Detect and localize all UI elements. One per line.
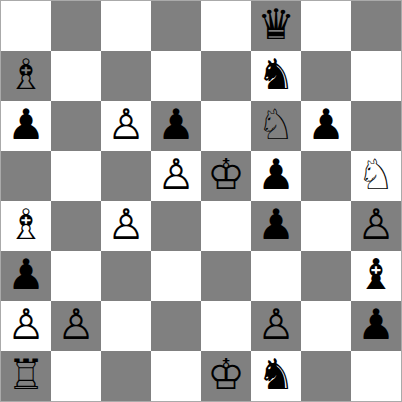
piece-black-pawn: ♟ xyxy=(157,104,195,146)
piece-white-bishop: ♗ xyxy=(7,204,45,246)
square-f6[interactable]: ♘ xyxy=(251,101,301,151)
square-c2[interactable] xyxy=(101,301,151,351)
square-e6[interactable] xyxy=(201,101,251,151)
square-e2[interactable] xyxy=(201,301,251,351)
piece-black-pawn: ♟ xyxy=(257,154,295,196)
piece-white-knight: ♘ xyxy=(357,154,395,196)
piece-white-pawn: ♙ xyxy=(357,204,395,246)
square-a8[interactable] xyxy=(1,1,51,51)
square-g8[interactable] xyxy=(301,1,351,51)
square-a3[interactable]: ♟ xyxy=(1,251,51,301)
square-f5[interactable]: ♟ xyxy=(251,151,301,201)
piece-black-pawn: ♟ xyxy=(307,104,345,146)
piece-black-queen: ♛ xyxy=(257,4,295,46)
square-h5[interactable]: ♘ xyxy=(351,151,401,201)
piece-black-knight: ♞ xyxy=(257,54,295,96)
square-e7[interactable] xyxy=(201,51,251,101)
square-h6[interactable] xyxy=(351,101,401,151)
square-d6[interactable]: ♟ xyxy=(151,101,201,151)
square-c8[interactable] xyxy=(101,1,151,51)
square-h8[interactable] xyxy=(351,1,401,51)
square-f2[interactable]: ♙ xyxy=(251,301,301,351)
piece-white-pawn: ♙ xyxy=(107,204,145,246)
square-e8[interactable] xyxy=(201,1,251,51)
square-c7[interactable] xyxy=(101,51,151,101)
piece-black-pawn: ♟ xyxy=(7,254,45,296)
square-h4[interactable]: ♙ xyxy=(351,201,401,251)
chess-diagram: ♛♗♞♟♙♟♘♟♙♔♟♘♗♙♟♙♟♝♙♙♙♟♖♔♞ xyxy=(0,0,402,402)
square-d8[interactable] xyxy=(151,1,201,51)
piece-white-pawn: ♙ xyxy=(57,304,95,346)
piece-white-pawn: ♙ xyxy=(257,304,295,346)
square-h7[interactable] xyxy=(351,51,401,101)
square-g7[interactable] xyxy=(301,51,351,101)
square-b1[interactable] xyxy=(51,351,101,401)
square-a5[interactable] xyxy=(1,151,51,201)
square-f4[interactable]: ♟ xyxy=(251,201,301,251)
square-c1[interactable] xyxy=(101,351,151,401)
piece-white-knight: ♘ xyxy=(257,104,295,146)
square-c3[interactable] xyxy=(101,251,151,301)
square-h3[interactable]: ♝ xyxy=(351,251,401,301)
square-f1[interactable]: ♞ xyxy=(251,351,301,401)
square-g6[interactable]: ♟ xyxy=(301,101,351,151)
piece-white-pawn: ♙ xyxy=(7,304,45,346)
piece-black-pawn: ♟ xyxy=(357,304,395,346)
piece-black-bishop: ♝ xyxy=(357,254,395,296)
square-f7[interactable]: ♞ xyxy=(251,51,301,101)
square-g4[interactable] xyxy=(301,201,351,251)
square-a6[interactable]: ♟ xyxy=(1,101,51,151)
square-c5[interactable] xyxy=(101,151,151,201)
square-d3[interactable] xyxy=(151,251,201,301)
square-b6[interactable] xyxy=(51,101,101,151)
piece-white-bishop: ♗ xyxy=(7,54,45,96)
square-a2[interactable]: ♙ xyxy=(1,301,51,351)
square-b7[interactable] xyxy=(51,51,101,101)
square-g5[interactable] xyxy=(301,151,351,201)
square-g3[interactable] xyxy=(301,251,351,301)
piece-white-rook: ♖ xyxy=(7,354,45,396)
square-b3[interactable] xyxy=(51,251,101,301)
square-f8[interactable]: ♛ xyxy=(251,1,301,51)
square-b8[interactable] xyxy=(51,1,101,51)
square-c4[interactable]: ♙ xyxy=(101,201,151,251)
square-f3[interactable] xyxy=(251,251,301,301)
square-d5[interactable]: ♙ xyxy=(151,151,201,201)
square-e4[interactable] xyxy=(201,201,251,251)
piece-white-pawn: ♙ xyxy=(157,154,195,196)
square-e1[interactable]: ♔ xyxy=(201,351,251,401)
square-a7[interactable]: ♗ xyxy=(1,51,51,101)
piece-white-king: ♔ xyxy=(207,354,245,396)
square-b5[interactable] xyxy=(51,151,101,201)
piece-black-pawn: ♟ xyxy=(257,204,295,246)
square-a4[interactable]: ♗ xyxy=(1,201,51,251)
square-c6[interactable]: ♙ xyxy=(101,101,151,151)
piece-black-knight: ♞ xyxy=(257,354,295,396)
square-a1[interactable]: ♖ xyxy=(1,351,51,401)
square-d2[interactable] xyxy=(151,301,201,351)
square-g1[interactable] xyxy=(301,351,351,401)
square-b2[interactable]: ♙ xyxy=(51,301,101,351)
piece-white-king: ♔ xyxy=(207,154,245,196)
square-h1[interactable] xyxy=(351,351,401,401)
square-e5[interactable]: ♔ xyxy=(201,151,251,201)
square-d4[interactable] xyxy=(151,201,201,251)
square-d7[interactable] xyxy=(151,51,201,101)
chess-board: ♛♗♞♟♙♟♘♟♙♔♟♘♗♙♟♙♟♝♙♙♙♟♖♔♞ xyxy=(0,0,402,402)
square-h2[interactable]: ♟ xyxy=(351,301,401,351)
square-b4[interactable] xyxy=(51,201,101,251)
piece-black-pawn: ♟ xyxy=(7,104,45,146)
square-e3[interactable] xyxy=(201,251,251,301)
square-g2[interactable] xyxy=(301,301,351,351)
square-d1[interactable] xyxy=(151,351,201,401)
piece-white-pawn: ♙ xyxy=(107,104,145,146)
